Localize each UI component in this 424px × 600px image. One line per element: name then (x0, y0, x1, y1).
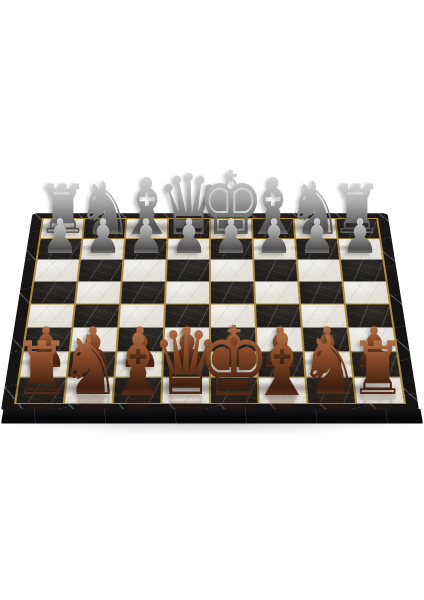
square-e7 (211, 239, 252, 259)
photo-canvas: ♜♞♝♛♚♝♞♜♟♟♟♟♟♟♟♟♟♟♟♟♟♟♟♟♜♜♞♞♝♝♛♛♚♚♝♝♞♞♜♜ (0, 0, 424, 600)
square-d3 (164, 328, 209, 351)
square-b2 (68, 352, 115, 376)
square-h4 (346, 304, 392, 326)
square-d1 (162, 377, 209, 402)
square-h1 (354, 377, 403, 402)
square-f3 (257, 328, 303, 351)
square-d2 (163, 352, 209, 376)
square-a3 (24, 328, 71, 351)
chess-board (1, 213, 419, 410)
square-b7 (81, 239, 124, 259)
square-e3 (211, 328, 256, 351)
square-h7 (339, 239, 383, 259)
square-e1 (211, 377, 258, 402)
square-h2 (351, 352, 399, 376)
square-d6 (167, 260, 209, 281)
square-c2 (116, 352, 163, 376)
square-g2 (305, 352, 352, 376)
square-e6 (211, 260, 253, 281)
square-f6 (254, 260, 297, 281)
square-f5 (255, 282, 299, 304)
square-g5 (299, 282, 344, 304)
chess-board-grid (16, 219, 404, 403)
square-a6 (34, 260, 79, 281)
square-b8 (83, 219, 125, 238)
square-h8 (336, 219, 379, 238)
square-c8 (126, 219, 167, 238)
square-d5 (166, 282, 209, 304)
square-a5 (31, 282, 76, 304)
square-h5 (344, 282, 389, 304)
square-b5 (76, 282, 121, 304)
square-g4 (301, 304, 347, 326)
square-e5 (211, 282, 254, 304)
square-h6 (341, 260, 386, 281)
square-g3 (303, 328, 349, 351)
square-g7 (296, 239, 339, 259)
board-gold-frame (14, 218, 406, 404)
square-e8 (211, 219, 252, 238)
square-e4 (211, 304, 255, 326)
square-g8 (295, 219, 337, 238)
square-f4 (256, 304, 301, 326)
square-f7 (254, 239, 296, 259)
square-a7 (38, 239, 82, 259)
square-c7 (124, 239, 166, 259)
square-a2 (20, 352, 68, 376)
square-b3 (71, 328, 117, 351)
square-c5 (121, 282, 165, 304)
square-a8 (41, 219, 84, 238)
square-d4 (165, 304, 209, 326)
square-a1 (16, 377, 65, 402)
square-b6 (79, 260, 123, 281)
square-f8 (253, 219, 294, 238)
square-g6 (298, 260, 342, 281)
square-c6 (123, 260, 166, 281)
square-c1 (114, 377, 162, 402)
square-g1 (307, 377, 355, 402)
board-front-edge (1, 409, 423, 425)
square-b4 (73, 304, 119, 326)
square-a4 (28, 304, 74, 326)
square-d7 (168, 239, 209, 259)
square-f2 (258, 352, 305, 376)
square-d8 (168, 219, 209, 238)
square-e2 (211, 352, 257, 376)
square-b1 (65, 377, 113, 402)
square-f1 (259, 377, 307, 402)
square-c4 (119, 304, 164, 326)
square-c3 (117, 328, 163, 351)
square-h3 (349, 328, 396, 351)
